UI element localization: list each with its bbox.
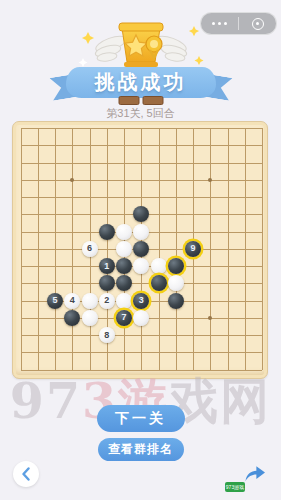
white-stone: 6 bbox=[82, 241, 98, 257]
black-stone: 3 bbox=[133, 293, 149, 309]
view-group-ranking-button[interactable]: 查看群排名 bbox=[98, 438, 184, 461]
white-stone: 4 bbox=[64, 293, 80, 309]
white-stone bbox=[116, 224, 132, 240]
grid-line bbox=[21, 335, 263, 336]
wood-decoration bbox=[118, 96, 163, 105]
black-stone bbox=[168, 293, 184, 309]
ribbon-band: 挑战成功 bbox=[66, 67, 216, 98]
black-stone bbox=[99, 275, 115, 291]
share-button[interactable] bbox=[242, 463, 268, 483]
star-point bbox=[208, 316, 212, 320]
white-stone bbox=[82, 310, 98, 326]
grid-line bbox=[176, 128, 177, 370]
black-stone bbox=[64, 310, 80, 326]
grid-line bbox=[210, 128, 211, 370]
level-round-info: 第31关, 5回合 bbox=[0, 106, 281, 121]
next-level-button[interactable]: 下一关 bbox=[97, 405, 185, 432]
white-stone bbox=[168, 275, 184, 291]
back-chevron-icon bbox=[21, 467, 31, 481]
site-badge: 973游戏网 bbox=[225, 482, 245, 492]
grid-line bbox=[228, 128, 229, 370]
white-stone bbox=[116, 241, 132, 257]
banner-title: 挑战成功 bbox=[95, 69, 187, 96]
minimize-button[interactable] bbox=[239, 13, 276, 34]
grid-line bbox=[21, 352, 263, 353]
share-arrow-icon bbox=[242, 463, 268, 483]
white-stone bbox=[133, 224, 149, 240]
success-banner: 挑战成功 bbox=[51, 66, 231, 106]
white-stone: 8 bbox=[99, 327, 115, 343]
app-screen: 挑战成功 第31关, 5回合 691542378 973游戏网 下一关 查看群排… bbox=[0, 0, 281, 500]
black-stone: 9 bbox=[185, 241, 201, 257]
black-stone bbox=[116, 258, 132, 274]
black-stone bbox=[151, 275, 167, 291]
star-point bbox=[208, 178, 212, 182]
star-point bbox=[70, 178, 74, 182]
black-stone: 7 bbox=[116, 310, 132, 326]
black-stone bbox=[99, 224, 115, 240]
white-stone bbox=[133, 258, 149, 274]
circle-dot-icon bbox=[252, 18, 264, 30]
grid-line bbox=[21, 283, 263, 284]
grid-line bbox=[245, 128, 246, 370]
grid-line bbox=[21, 370, 263, 371]
white-stone bbox=[151, 258, 167, 274]
black-stone bbox=[133, 206, 149, 222]
black-stone: 5 bbox=[47, 293, 63, 309]
board[interactable]: 691542378 bbox=[12, 121, 268, 379]
black-stone: 1 bbox=[99, 258, 115, 274]
white-stone bbox=[116, 293, 132, 309]
back-button[interactable] bbox=[13, 461, 39, 487]
grid-line bbox=[159, 128, 160, 370]
white-stone: 2 bbox=[99, 293, 115, 309]
grid-line bbox=[262, 128, 263, 370]
black-stone bbox=[116, 275, 132, 291]
white-stone bbox=[133, 310, 149, 326]
black-stone bbox=[133, 241, 149, 257]
black-stone bbox=[168, 258, 184, 274]
trophy-icon bbox=[66, 18, 216, 70]
white-stone bbox=[82, 293, 98, 309]
